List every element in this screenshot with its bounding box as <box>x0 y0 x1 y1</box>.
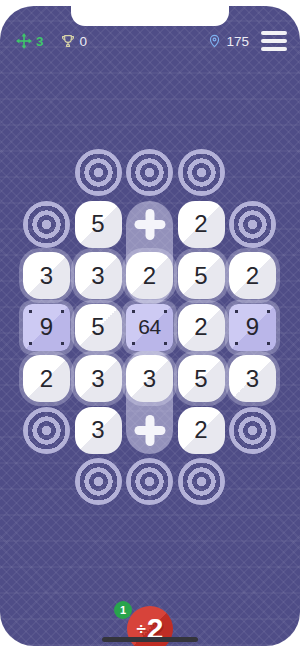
number-tile[interactable]: 2 <box>178 304 225 351</box>
top-bar: 3 0 175 <box>16 30 287 52</box>
move-arrows-icon <box>16 33 32 49</box>
menu-button[interactable] <box>261 30 287 52</box>
trophy-stat: 0 <box>60 33 88 49</box>
number-tile[interactable]: 3 <box>75 407 122 454</box>
menu-bar <box>261 39 287 44</box>
number-tile[interactable]: 3 <box>23 252 70 299</box>
bullseye-target-icon <box>75 149 122 196</box>
plus-launcher-icon[interactable] <box>134 209 165 240</box>
powerup-count-badge: 1 <box>114 601 132 619</box>
locked-number-tile[interactable]: 9 <box>23 304 70 351</box>
game-board: 52332529564292335332 <box>23 149 276 505</box>
bullseye-target-icon <box>126 149 173 196</box>
trophy-count: 0 <box>80 34 88 49</box>
locked-number-tile[interactable]: 9 <box>229 304 276 351</box>
divide-symbol: ÷ <box>136 619 145 639</box>
locked-number-tile[interactable]: 64 <box>126 304 173 351</box>
moves-stat: 3 <box>16 33 44 49</box>
number-tile[interactable]: 2 <box>178 201 225 248</box>
plus-launcher-icon[interactable] <box>134 415 165 446</box>
number-tile[interactable]: 2 <box>229 252 276 299</box>
number-tile[interactable]: 5 <box>75 304 122 351</box>
menu-bar <box>261 31 287 36</box>
bullseye-target-icon <box>229 407 276 454</box>
moves-count: 3 <box>36 34 44 49</box>
bullseye-target-icon <box>126 458 173 505</box>
number-tile[interactable]: 2 <box>23 355 70 402</box>
bullseye-target-icon <box>229 201 276 248</box>
home-indicator <box>102 637 198 642</box>
number-tile[interactable]: 5 <box>178 252 225 299</box>
number-tile[interactable]: 2 <box>126 252 173 299</box>
number-tile[interactable]: 3 <box>126 355 173 402</box>
number-tile[interactable]: 3 <box>75 252 122 299</box>
number-tile[interactable]: 3 <box>229 355 276 402</box>
number-tile[interactable]: 2 <box>178 407 225 454</box>
number-tile[interactable]: 5 <box>178 355 225 402</box>
bullseye-target-icon <box>23 407 70 454</box>
pins-count: 175 <box>226 34 249 49</box>
bullseye-target-icon <box>178 149 225 196</box>
phone-screen: 3 0 175 523325295642923353 <box>0 6 300 646</box>
bullseye-target-icon <box>178 458 225 505</box>
notch <box>71 6 229 26</box>
trophy-icon <box>60 33 76 49</box>
menu-bar <box>261 47 287 52</box>
pins-stat: 175 <box>207 33 249 49</box>
bullseye-target-icon <box>75 458 122 505</box>
number-tile[interactable]: 3 <box>75 355 122 402</box>
number-tile[interactable]: 5 <box>75 201 122 248</box>
bullseye-target-icon <box>23 201 70 248</box>
location-pin-icon <box>207 33 222 49</box>
